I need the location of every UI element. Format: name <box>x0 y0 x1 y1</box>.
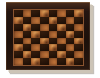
square-h1 <box>74 58 83 65</box>
square-b4 <box>23 38 32 45</box>
square-e8 <box>49 10 58 17</box>
square-a2 <box>14 51 23 58</box>
square-d1 <box>40 58 49 65</box>
square-h8 <box>74 10 83 17</box>
square-h6 <box>74 24 83 31</box>
square-h7 <box>74 17 83 24</box>
square-g3 <box>66 44 75 51</box>
square-f3 <box>57 44 66 51</box>
square-g1 <box>66 58 75 65</box>
square-e7 <box>49 17 58 24</box>
square-b2 <box>23 51 32 58</box>
square-e2 <box>49 51 58 58</box>
square-b8 <box>23 10 32 17</box>
square-h2 <box>74 51 83 58</box>
square-a4 <box>14 38 23 45</box>
square-d4 <box>40 38 49 45</box>
square-a6 <box>14 24 23 31</box>
square-a7 <box>14 17 23 24</box>
square-f5 <box>57 31 66 38</box>
square-c7 <box>31 17 40 24</box>
square-h5 <box>74 31 83 38</box>
square-a3 <box>14 44 23 51</box>
square-f2 <box>57 51 66 58</box>
square-c8 <box>31 10 40 17</box>
square-e6 <box>49 24 58 31</box>
square-c5 <box>31 31 40 38</box>
square-f4 <box>57 38 66 45</box>
square-a8 <box>14 10 23 17</box>
board-grid <box>13 9 84 66</box>
square-c6 <box>31 24 40 31</box>
square-g2 <box>66 51 75 58</box>
square-d7 <box>40 17 49 24</box>
square-e1 <box>49 58 58 65</box>
square-d5 <box>40 31 49 38</box>
square-f1 <box>57 58 66 65</box>
square-d2 <box>40 51 49 58</box>
square-b5 <box>23 31 32 38</box>
square-g4 <box>66 38 75 45</box>
square-b1 <box>23 58 32 65</box>
square-b3 <box>23 44 32 51</box>
square-e3 <box>49 44 58 51</box>
square-f7 <box>57 17 66 24</box>
square-a1 <box>14 58 23 65</box>
square-b6 <box>23 24 32 31</box>
square-c1 <box>31 58 40 65</box>
square-e5 <box>49 31 58 38</box>
square-c4 <box>31 38 40 45</box>
board-frame <box>6 2 90 70</box>
square-f8 <box>57 10 66 17</box>
square-d8 <box>40 10 49 17</box>
photo-canvas <box>0 0 100 78</box>
square-a5 <box>14 31 23 38</box>
square-e4 <box>49 38 58 45</box>
square-h3 <box>74 44 83 51</box>
square-g5 <box>66 31 75 38</box>
square-g8 <box>66 10 75 17</box>
square-c2 <box>31 51 40 58</box>
square-g7 <box>66 17 75 24</box>
square-g6 <box>66 24 75 31</box>
square-b7 <box>23 17 32 24</box>
square-c3 <box>31 44 40 51</box>
square-d3 <box>40 44 49 51</box>
square-f6 <box>57 24 66 31</box>
square-d6 <box>40 24 49 31</box>
square-h4 <box>74 38 83 45</box>
